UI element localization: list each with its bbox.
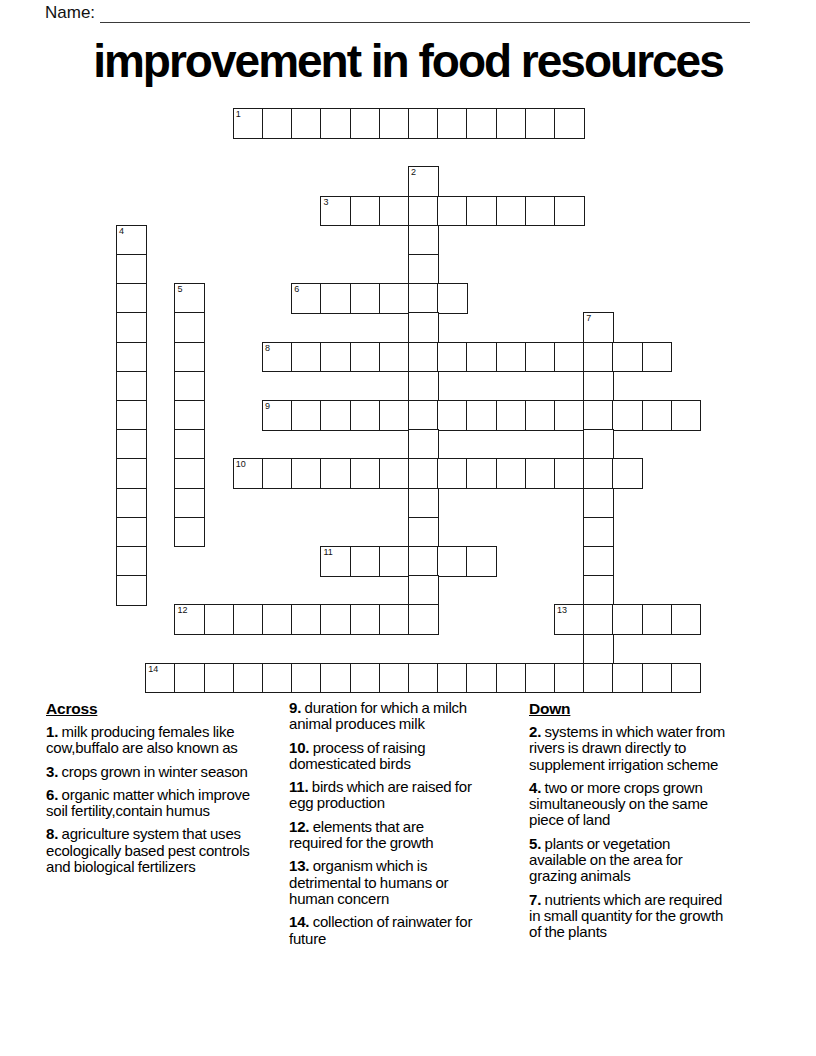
clue-number: 9 [265,401,270,411]
grid-cell[interactable] [466,663,497,694]
grid-cell[interactable]: 14 [145,663,176,694]
grid-cell[interactable] [554,400,585,431]
grid-cell[interactable] [408,663,439,694]
grid-cell[interactable] [466,458,497,489]
grid-cell[interactable] [379,663,410,694]
grid-cell[interactable] [350,663,381,694]
across-header: Across [46,700,253,718]
grid-cell[interactable] [437,108,468,139]
across-clue-column-2: 9. duration for which a milch animal pro… [289,700,477,954]
grid-cell[interactable] [437,400,468,431]
clue: 3. crops grown in winter season [46,764,253,780]
clue-number: 2 [411,167,416,177]
clue: 6. organic matter which improve soil fer… [46,787,253,820]
grid-cell[interactable] [437,458,468,489]
grid-cell[interactable] [583,342,614,373]
grid-cell[interactable] [583,488,614,519]
grid-cell[interactable] [554,458,585,489]
worksheet-page: Name: improvement in food resources 1234… [0,0,816,1056]
grid-cell[interactable] [554,108,585,139]
puzzle-title: improvement in food resources [0,34,816,88]
grid-cell[interactable] [466,108,497,139]
grid-cell[interactable] [408,283,439,314]
grid-cell[interactable] [583,604,614,635]
grid-cell[interactable]: 7 [583,312,614,343]
grid-cell[interactable] [233,604,264,635]
grid-cell[interactable] [612,342,643,373]
grid-cell[interactable] [408,517,439,548]
grid-cell[interactable] [408,546,439,577]
grid-cell[interactable] [116,546,147,577]
grid-cell[interactable] [116,517,147,548]
grid-cell[interactable] [291,604,322,635]
grid-cell[interactable] [379,400,410,431]
grid-cell[interactable] [262,108,293,139]
name-label: Name: [45,3,95,23]
grid-cell[interactable] [408,604,439,635]
clue-number: 3 [323,197,328,207]
grid-cell[interactable] [320,604,351,635]
clue-number: 10 [236,459,246,469]
grid-cell[interactable] [466,196,497,227]
grid-cell[interactable] [583,634,614,665]
grid-cell[interactable] [116,488,147,519]
clue: 7. nutrients which are required in small… [529,892,730,941]
clue-number: 5 [177,284,182,294]
grid-cell[interactable] [466,400,497,431]
grid-cell[interactable] [320,663,351,694]
grid-cell[interactable] [379,342,410,373]
grid-cell[interactable] [525,108,556,139]
clue: 5. plants or vegetation available on the… [529,836,730,885]
grid-cell[interactable] [174,400,205,431]
grid-cell[interactable] [350,196,381,227]
across-clues-part2: 9. duration for which a milch animal pro… [289,700,477,947]
grid-cell[interactable] [350,108,381,139]
grid-cell[interactable] [408,371,439,402]
grid-cell[interactable] [174,663,205,694]
grid-cell[interactable] [496,108,527,139]
grid-cell[interactable]: 5 [174,283,205,314]
grid-cell[interactable] [408,429,439,460]
grid-cell[interactable] [262,663,293,694]
grid-cell[interactable] [496,342,527,373]
grid-cell[interactable] [437,283,468,314]
grid-cell[interactable] [437,196,468,227]
grid-cell[interactable] [320,108,351,139]
down-header: Down [529,700,730,718]
clue-number: 12 [177,605,187,615]
grid-cell[interactable] [320,400,351,431]
grid-cell[interactable]: 13 [554,604,585,635]
grid-cell[interactable] [204,604,235,635]
grid-cell[interactable] [116,342,147,373]
grid-cell[interactable] [671,604,702,635]
clue-number: 11 [323,547,332,557]
grid-cell[interactable] [174,517,205,548]
grid-cell[interactable] [583,517,614,548]
grid-cell[interactable] [116,400,147,431]
across-clue-column: Across 1. milk producing females like co… [46,700,253,882]
grid-cell[interactable] [671,663,702,694]
clue-number: 6 [294,284,299,294]
grid-cell[interactable] [350,283,381,314]
grid-cell[interactable] [262,604,293,635]
grid-cell[interactable] [612,604,643,635]
grid-cell[interactable] [350,458,381,489]
clue-number: 1 [236,109,241,119]
grid-cell[interactable] [116,575,147,606]
grid-cell[interactable] [496,663,527,694]
grid-cell[interactable] [379,108,410,139]
down-clues: 2. systems in which water from rivers is… [529,724,730,941]
grid-cell[interactable] [233,663,264,694]
grid-cell[interactable] [642,342,673,373]
clue-number: 14 [148,664,158,674]
clue: 2. systems in which water from rivers is… [529,724,730,773]
grid-cell[interactable] [554,196,585,227]
grid-cell[interactable] [320,342,351,373]
grid-cell[interactable] [379,196,410,227]
grid-cell[interactable] [525,458,556,489]
grid-cell[interactable] [262,458,293,489]
clue: 1. milk producing females like cow,buffa… [46,724,253,757]
clue-number: 7 [586,313,591,323]
grid-cell[interactable] [642,604,673,635]
grid-cell[interactable] [583,429,614,460]
grid-cell[interactable] [583,663,614,694]
grid-cell[interactable]: 9 [262,400,293,431]
grid-cell[interactable] [496,196,527,227]
grid-cell[interactable]: 11 [320,546,351,577]
grid-cell[interactable] [174,371,205,402]
grid-cell[interactable] [116,429,147,460]
grid-cell[interactable] [116,283,147,314]
grid-cell[interactable] [174,342,205,373]
grid-cell[interactable] [612,458,643,489]
grid-cell[interactable] [116,254,147,285]
grid-cell[interactable]: 4 [116,225,147,256]
grid-cell[interactable] [291,458,322,489]
grid-cell[interactable] [437,342,468,373]
grid-cell[interactable] [496,400,527,431]
grid-cell[interactable] [350,604,381,635]
grid-cell[interactable] [379,546,410,577]
grid-cell[interactable] [408,254,439,285]
grid-cell[interactable] [408,312,439,343]
crossword-grid: 1234567891011121314 [116,108,702,694]
clue: 14. collection of rainwater for future [289,914,477,947]
grid-cell[interactable] [174,488,205,519]
grid-cell[interactable] [671,400,702,431]
grid-cell[interactable] [320,458,351,489]
grid-cell[interactable] [408,575,439,606]
grid-cell[interactable] [350,342,381,373]
grid-cell[interactable] [116,371,147,402]
grid-cell[interactable] [174,429,205,460]
grid-cell[interactable] [379,604,410,635]
grid-cell[interactable] [408,342,439,373]
grid-cell[interactable]: 6 [291,283,322,314]
grid-cell[interactable] [291,108,322,139]
clue: 13. organism which is detrimental to hum… [289,858,477,907]
grid-cell[interactable]: 12 [174,604,205,635]
grid-cell[interactable] [525,342,556,373]
grid-cell[interactable] [466,546,497,577]
grid-cell[interactable] [496,458,527,489]
grid-cell[interactable] [554,663,585,694]
grid-cell[interactable] [174,312,205,343]
grid-cell[interactable] [291,342,322,373]
grid-cell[interactable]: 8 [262,342,293,373]
clue: 10. process of raising domesticated bird… [289,740,477,773]
grid-cell[interactable] [583,400,614,431]
grid-cell[interactable] [612,400,643,431]
grid-cell[interactable] [408,225,439,256]
grid-cell[interactable]: 1 [233,108,264,139]
grid-cell[interactable] [379,458,410,489]
clue: 9. duration for which a milch animal pro… [289,700,477,733]
grid-cell[interactable] [379,283,410,314]
clue: 12. elements that are required for the g… [289,819,477,852]
grid-cell[interactable] [116,458,147,489]
clue: 11. birds which are raised for egg produ… [289,779,477,812]
grid-cell[interactable] [583,546,614,577]
grid-cell[interactable] [612,663,643,694]
down-clue-column: Down 2. systems in which water from rive… [529,700,730,948]
grid-cell[interactable] [583,371,614,402]
grid-cell[interactable] [525,196,556,227]
grid-cell[interactable] [291,663,322,694]
grid-cell[interactable] [291,400,322,431]
grid-cell[interactable] [583,458,614,489]
grid-cell[interactable]: 10 [233,458,264,489]
clue-number: 4 [119,226,124,236]
grid-cell[interactable] [437,546,468,577]
grid-cell[interactable] [642,400,673,431]
clue: 8. agriculture system that uses ecologic… [46,826,253,875]
clue-number: 8 [265,343,270,353]
grid-cell[interactable]: 3 [320,196,351,227]
grid-cell[interactable] [525,663,556,694]
clue-number: 13 [557,605,567,615]
grid-cell[interactable] [583,575,614,606]
grid-cell[interactable] [408,400,439,431]
grid-cell[interactable] [408,458,439,489]
grid-cell[interactable] [350,400,381,431]
grid-cell[interactable] [642,663,673,694]
grid-cell[interactable] [116,312,147,343]
grid-cell[interactable]: 2 [408,166,439,197]
grid-cell[interactable] [525,400,556,431]
grid-cell[interactable] [320,283,351,314]
grid-cell[interactable] [408,196,439,227]
name-fill-line[interactable] [100,5,750,23]
grid-cell[interactable] [204,663,235,694]
name-row: Name: [45,3,750,23]
grid-cell[interactable] [437,663,468,694]
across-clues-part1: 1. milk producing females like cow,buffa… [46,724,253,875]
grid-cell[interactable] [408,108,439,139]
grid-cell[interactable] [408,488,439,519]
grid-cell[interactable] [350,546,381,577]
grid-cell[interactable] [174,458,205,489]
clue: 4. two or more crops grown simultaneousl… [529,780,730,829]
grid-cell[interactable] [466,342,497,373]
grid-cell[interactable] [554,342,585,373]
